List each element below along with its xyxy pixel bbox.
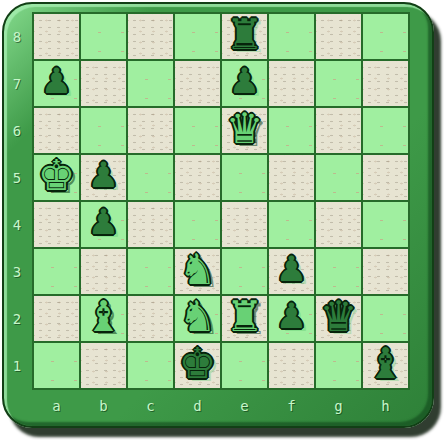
square-b4[interactable]: ♟ bbox=[81, 202, 126, 247]
square-h1[interactable]: ♝ bbox=[363, 343, 408, 388]
square-g1[interactable] bbox=[316, 343, 361, 388]
square-e7[interactable]: ♟ bbox=[222, 61, 267, 106]
square-a5[interactable]: ♚ bbox=[34, 155, 79, 200]
square-c7[interactable] bbox=[128, 61, 173, 106]
piece-white-bishop[interactable]: ♝ bbox=[85, 296, 123, 338]
square-c3[interactable] bbox=[128, 249, 173, 294]
square-d3[interactable]: ♞ bbox=[175, 249, 220, 294]
rank-label-5: 5 bbox=[4, 155, 30, 200]
square-g7[interactable] bbox=[316, 61, 361, 106]
file-label-b: b bbox=[81, 394, 126, 418]
rank-label-3: 3 bbox=[4, 249, 30, 294]
square-b1[interactable] bbox=[81, 343, 126, 388]
square-a8[interactable] bbox=[34, 14, 79, 59]
square-e3[interactable] bbox=[222, 249, 267, 294]
rank-label-6: 6 bbox=[4, 108, 30, 153]
piece-black-pawn[interactable]: ♟ bbox=[276, 252, 307, 287]
square-g5[interactable] bbox=[316, 155, 361, 200]
piece-black-pawn[interactable]: ♟ bbox=[41, 64, 72, 99]
square-c2[interactable] bbox=[128, 296, 173, 341]
square-b8[interactable] bbox=[81, 14, 126, 59]
square-g6[interactable] bbox=[316, 108, 361, 153]
piece-white-rook[interactable]: ♜ bbox=[226, 296, 264, 338]
square-g4[interactable] bbox=[316, 202, 361, 247]
piece-black-rook[interactable]: ♜ bbox=[226, 14, 264, 56]
square-g2[interactable]: ♛ bbox=[316, 296, 361, 341]
square-f7[interactable] bbox=[269, 61, 314, 106]
file-labels: abcdefgh bbox=[34, 394, 412, 418]
file-label-a: a bbox=[34, 394, 79, 418]
file-label-d: d bbox=[175, 394, 220, 418]
square-a1[interactable] bbox=[34, 343, 79, 388]
chess-board: ♜♟♟♛♚♟♟♞♟♝♞♜♟♛♚♝ bbox=[32, 12, 410, 390]
piece-black-queen[interactable]: ♛ bbox=[320, 296, 358, 338]
piece-white-queen[interactable]: ♛ bbox=[226, 108, 264, 150]
rank-label-7: 7 bbox=[4, 61, 30, 106]
square-h8[interactable] bbox=[363, 14, 408, 59]
square-b7[interactable] bbox=[81, 61, 126, 106]
square-h7[interactable] bbox=[363, 61, 408, 106]
square-f1[interactable] bbox=[269, 343, 314, 388]
square-h3[interactable] bbox=[363, 249, 408, 294]
piece-black-pawn[interactable]: ♟ bbox=[229, 64, 260, 99]
square-d8[interactable] bbox=[175, 14, 220, 59]
square-d5[interactable] bbox=[175, 155, 220, 200]
square-g8[interactable] bbox=[316, 14, 361, 59]
square-e5[interactable] bbox=[222, 155, 267, 200]
square-c8[interactable] bbox=[128, 14, 173, 59]
square-e1[interactable] bbox=[222, 343, 267, 388]
file-label-c: c bbox=[128, 394, 173, 418]
square-a6[interactable] bbox=[34, 108, 79, 153]
file-label-h: h bbox=[363, 394, 408, 418]
square-e2[interactable]: ♜ bbox=[222, 296, 267, 341]
square-c5[interactable] bbox=[128, 155, 173, 200]
piece-black-pawn[interactable]: ♟ bbox=[88, 205, 119, 240]
square-a3[interactable] bbox=[34, 249, 79, 294]
square-f5[interactable] bbox=[269, 155, 314, 200]
piece-white-king[interactable]: ♚ bbox=[38, 155, 76, 197]
chess-app-window: ♜♟♟♛♚♟♟♞♟♝♞♜♟♛♚♝ 87654321 abcdefgh bbox=[0, 0, 444, 442]
square-c1[interactable] bbox=[128, 343, 173, 388]
square-g3[interactable] bbox=[316, 249, 361, 294]
square-c4[interactable] bbox=[128, 202, 173, 247]
square-f6[interactable] bbox=[269, 108, 314, 153]
square-b3[interactable] bbox=[81, 249, 126, 294]
rank-label-4: 4 bbox=[4, 202, 30, 247]
rank-labels: 87654321 bbox=[4, 14, 30, 392]
square-a4[interactable] bbox=[34, 202, 79, 247]
square-d1[interactable]: ♚ bbox=[175, 343, 220, 388]
square-h4[interactable] bbox=[363, 202, 408, 247]
square-d7[interactable] bbox=[175, 61, 220, 106]
square-b5[interactable]: ♟ bbox=[81, 155, 126, 200]
square-d2[interactable]: ♞ bbox=[175, 296, 220, 341]
square-e6[interactable]: ♛ bbox=[222, 108, 267, 153]
square-d6[interactable] bbox=[175, 108, 220, 153]
file-label-f: f bbox=[269, 394, 314, 418]
rank-label-1: 1 bbox=[4, 343, 30, 388]
square-c6[interactable] bbox=[128, 108, 173, 153]
file-label-g: g bbox=[316, 394, 361, 418]
piece-black-king[interactable]: ♚ bbox=[179, 343, 217, 385]
square-f8[interactable] bbox=[269, 14, 314, 59]
rank-label-2: 2 bbox=[4, 296, 30, 341]
square-d4[interactable] bbox=[175, 202, 220, 247]
square-a7[interactable]: ♟ bbox=[34, 61, 79, 106]
square-b2[interactable]: ♝ bbox=[81, 296, 126, 341]
square-f3[interactable]: ♟ bbox=[269, 249, 314, 294]
piece-black-pawn[interactable]: ♟ bbox=[276, 299, 307, 334]
file-label-e: e bbox=[222, 394, 267, 418]
square-e8[interactable]: ♜ bbox=[222, 14, 267, 59]
rank-label-8: 8 bbox=[4, 14, 30, 59]
piece-white-knight[interactable]: ♞ bbox=[179, 296, 217, 338]
square-h5[interactable] bbox=[363, 155, 408, 200]
piece-black-bishop[interactable]: ♝ bbox=[367, 343, 405, 385]
piece-white-knight[interactable]: ♞ bbox=[179, 249, 217, 291]
square-b6[interactable] bbox=[81, 108, 126, 153]
square-a2[interactable] bbox=[34, 296, 79, 341]
square-h2[interactable] bbox=[363, 296, 408, 341]
square-h6[interactable] bbox=[363, 108, 408, 153]
square-f4[interactable] bbox=[269, 202, 314, 247]
square-f2[interactable]: ♟ bbox=[269, 296, 314, 341]
piece-black-pawn[interactable]: ♟ bbox=[88, 158, 119, 193]
square-e4[interactable] bbox=[222, 202, 267, 247]
